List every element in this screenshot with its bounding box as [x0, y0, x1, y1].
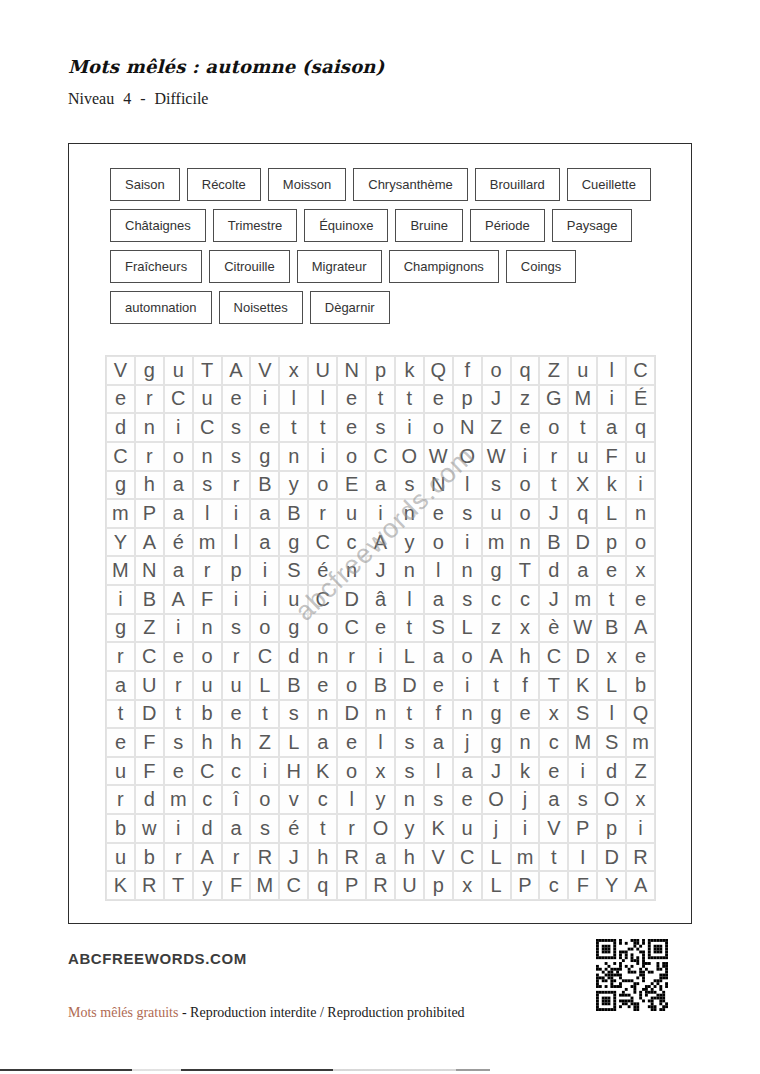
grid-cell: w: [135, 814, 164, 843]
grid-cell: q: [511, 356, 540, 385]
grid-cell: T: [511, 556, 540, 585]
grid-cell: U: [395, 871, 424, 900]
grid-cell: Q: [626, 700, 655, 729]
grid-cell: r: [222, 642, 251, 671]
grid-cell: k: [597, 471, 626, 500]
grid-cell: o: [424, 413, 453, 442]
grid-cell: P: [135, 499, 164, 528]
grid-cell: o: [250, 785, 279, 814]
word-chip: Cueillette: [567, 168, 651, 201]
grid-cell: F: [135, 728, 164, 757]
grid-cell: n: [511, 528, 540, 557]
grid-cell: V: [250, 356, 279, 385]
grid-cell: e: [453, 785, 482, 814]
grid-cell: i: [366, 642, 395, 671]
grid-cell: V: [539, 814, 568, 843]
grid-cell: x: [597, 642, 626, 671]
grid-cell: C: [453, 843, 482, 872]
grid-cell: è: [539, 614, 568, 643]
word-chip: Dègarnir: [310, 291, 390, 324]
grid-cell: F: [135, 757, 164, 786]
grid-cell: o: [337, 671, 366, 700]
grid-cell: e: [626, 585, 655, 614]
grid-cell: b: [626, 671, 655, 700]
grid-cell: n: [511, 728, 540, 757]
word-chip: Brouillard: [475, 168, 560, 201]
grid-cell: f: [511, 671, 540, 700]
grid-cell: B: [279, 671, 308, 700]
grid-cell: u: [279, 585, 308, 614]
word-chip: Période: [470, 209, 545, 242]
grid-cell: r: [164, 671, 193, 700]
grid-cell: L: [250, 671, 279, 700]
grid-cell: o: [539, 413, 568, 442]
grid-cell: y: [395, 528, 424, 557]
grid-cell: B: [366, 671, 395, 700]
grid-cell: i: [164, 413, 193, 442]
grid-cell: e: [511, 413, 540, 442]
grid-cell: o: [308, 471, 337, 500]
grid-cell: e: [424, 385, 453, 414]
grid-cell: g: [135, 356, 164, 385]
grid-cell: l: [395, 585, 424, 614]
grid-cell: C: [308, 585, 337, 614]
grid-cell: y: [366, 785, 395, 814]
grid-cell: W: [482, 442, 511, 471]
word-chip: Migrateur: [297, 250, 382, 283]
grid-cell: D: [568, 642, 597, 671]
grid-cell: I: [568, 843, 597, 872]
site-name: ABCFREEWORDS.COM: [68, 950, 247, 967]
grid-cell: e: [511, 700, 540, 729]
grid-cell: z: [511, 385, 540, 414]
grid-cell: t: [395, 385, 424, 414]
grid-cell: V: [106, 356, 135, 385]
grid-cell: O: [597, 785, 626, 814]
grid-cell: e: [250, 413, 279, 442]
grid-cell: i: [308, 442, 337, 471]
grid-cell: m: [568, 585, 597, 614]
grid-cell: L: [597, 671, 626, 700]
grid-cell: i: [250, 556, 279, 585]
grid-cell: L: [279, 728, 308, 757]
grid-cell: S: [597, 728, 626, 757]
grid-cell: i: [453, 671, 482, 700]
grid-cell: T: [193, 356, 222, 385]
grid-cell: i: [597, 385, 626, 414]
grid-cell: x: [279, 356, 308, 385]
grid-cell: u: [453, 814, 482, 843]
grid-cell: P: [568, 814, 597, 843]
grid-cell: b: [106, 814, 135, 843]
grid-cell: D: [568, 528, 597, 557]
grid-cell: e: [106, 728, 135, 757]
grid-cell: Y: [597, 871, 626, 900]
grid-cell: u: [482, 499, 511, 528]
grid-cell: c: [337, 528, 366, 557]
word-chip: Paysage: [552, 209, 633, 242]
grid-cell: f: [424, 700, 453, 729]
grid-cell: t: [597, 585, 626, 614]
grid-cell: q: [626, 413, 655, 442]
credit-rest: - Reproduction interdite / Reproduction …: [178, 1005, 464, 1020]
grid-cell: Q: [424, 356, 453, 385]
grid-cell: t: [539, 843, 568, 872]
grid-cell: j: [511, 785, 540, 814]
grid-cell: q: [568, 499, 597, 528]
grid-cell: x: [511, 614, 540, 643]
grid-cell: S: [568, 700, 597, 729]
grid-cell: t: [366, 385, 395, 414]
grid-cell: g: [279, 614, 308, 643]
grid-cell: J: [279, 843, 308, 872]
grid-cell: J: [366, 556, 395, 585]
grid-cell: A: [626, 871, 655, 900]
word-chip: Trimestre: [213, 209, 297, 242]
grid-cell: l: [222, 528, 251, 557]
grid-cell: n: [395, 556, 424, 585]
grid-cell: A: [222, 356, 251, 385]
grid-cell: l: [337, 785, 366, 814]
grid-cell: i: [106, 585, 135, 614]
grid-cell: s: [164, 728, 193, 757]
grid-cell: c: [539, 871, 568, 900]
grid-cell: o: [424, 528, 453, 557]
grid-cell: f: [453, 356, 482, 385]
grid-cell: t: [279, 413, 308, 442]
grid-cell: N: [424, 471, 453, 500]
grid-cell: i: [511, 442, 540, 471]
word-chip: Saison: [110, 168, 180, 201]
grid-cell: j: [453, 728, 482, 757]
grid-cell: s: [482, 471, 511, 500]
grid-cell: o: [337, 757, 366, 786]
word-chip: Récolte: [187, 168, 261, 201]
grid-cell: n: [193, 442, 222, 471]
grid-cell: a: [597, 413, 626, 442]
grid-cell: r: [539, 442, 568, 471]
grid-cell: r: [164, 843, 193, 872]
grid-cell: Z: [626, 757, 655, 786]
grid-cell: î: [222, 785, 251, 814]
grid-cell: K: [424, 814, 453, 843]
grid-cell: o: [511, 499, 540, 528]
grid-cell: F: [193, 585, 222, 614]
grid-cell: t: [308, 814, 337, 843]
grid-cell: D: [135, 700, 164, 729]
grid-cell: o: [482, 356, 511, 385]
word-chip: Fraîcheurs: [110, 250, 202, 283]
grid-cell: W: [568, 614, 597, 643]
grid-cell: i: [250, 385, 279, 414]
grid-cell: o: [164, 442, 193, 471]
grid-cell: r: [337, 814, 366, 843]
grid-cell: s: [453, 499, 482, 528]
grid-cell: D: [597, 843, 626, 872]
grid-cell: J: [482, 385, 511, 414]
grid-cell: s: [279, 700, 308, 729]
grid-cell: t: [568, 413, 597, 442]
grid-cell: l: [453, 471, 482, 500]
grid-cell: A: [482, 642, 511, 671]
grid-cell: k: [511, 757, 540, 786]
grid-cell: u: [222, 671, 251, 700]
grid-cell: A: [366, 528, 395, 557]
grid-cell: k: [395, 356, 424, 385]
word-list: SaisonRécolteMoissonChrysanthèmeBrouilla…: [69, 144, 691, 324]
grid-cell: C: [135, 642, 164, 671]
grid-cell: m: [164, 785, 193, 814]
grid-cell: b: [135, 843, 164, 872]
grid-cell: a: [222, 814, 251, 843]
grid-cell: K: [308, 757, 337, 786]
grid-cell: l: [597, 700, 626, 729]
grid-cell: p: [222, 556, 251, 585]
grid-cell: K: [568, 671, 597, 700]
grid-cell: t: [308, 413, 337, 442]
word-list-row: SaisonRécolteMoissonChrysanthèmeBrouilla…: [110, 168, 671, 201]
grid-cell: Z: [539, 356, 568, 385]
grid-cell: u: [626, 442, 655, 471]
grid-cell: e: [424, 671, 453, 700]
grid-cell: a: [424, 728, 453, 757]
qr-code: [596, 938, 668, 1012]
grid-cell: d: [135, 785, 164, 814]
grid-cell: s: [222, 442, 251, 471]
grid-cell: n: [337, 556, 366, 585]
grid-cell: R: [626, 843, 655, 872]
grid-cell: J: [539, 585, 568, 614]
grid-cell: i: [366, 499, 395, 528]
grid-cell: M: [106, 556, 135, 585]
grid-cell: Y: [106, 528, 135, 557]
grid-cell: h: [395, 843, 424, 872]
grid-cell: e: [366, 614, 395, 643]
grid-cell: p: [453, 385, 482, 414]
page-title: Mots mêlés : automne (saison): [68, 56, 384, 77]
grid-cell: L: [597, 499, 626, 528]
page-subtitle: Niveau 4 - Difficile: [68, 90, 208, 108]
grid-cell: D: [337, 700, 366, 729]
grid-cell: s: [366, 413, 395, 442]
grid-cell: e: [539, 757, 568, 786]
grid-cell: l: [308, 385, 337, 414]
grid-cell: e: [222, 700, 251, 729]
grid-cell: C: [539, 642, 568, 671]
grid-cell: i: [164, 814, 193, 843]
grid-cell: h: [193, 728, 222, 757]
grid-cell: m: [482, 528, 511, 557]
grid-cell: P: [511, 871, 540, 900]
grid-cell: L: [482, 871, 511, 900]
grid-cell: t: [539, 471, 568, 500]
grid-cell: D: [395, 671, 424, 700]
grid-cell: c: [539, 728, 568, 757]
page: Mots mêlés : automne (saison) Niveau 4 -…: [0, 0, 760, 1074]
grid-cell: A: [626, 614, 655, 643]
grid-cell: b: [193, 700, 222, 729]
grid-cell: é: [279, 814, 308, 843]
grid-cell: x: [366, 757, 395, 786]
word-chip: Champignons: [389, 250, 499, 283]
grid-cell: r: [308, 499, 337, 528]
grid-cell: A: [135, 528, 164, 557]
grid-cell: s: [568, 785, 597, 814]
grid-cell: D: [337, 585, 366, 614]
grid-cell: C: [308, 528, 337, 557]
grid-cell: s: [395, 728, 424, 757]
grid-cell: O: [366, 814, 395, 843]
grid-cell: d: [539, 556, 568, 585]
grid-cell: B: [135, 585, 164, 614]
word-list-row: ChâtaignesTrimestreÉquinoxeBruinePériode…: [110, 209, 671, 242]
grid-cell: N: [337, 356, 366, 385]
grid-cell: N: [135, 556, 164, 585]
grid-cell: C: [337, 614, 366, 643]
grid-cell: Z: [250, 728, 279, 757]
grid-cell: a: [164, 471, 193, 500]
grid-cell: a: [539, 785, 568, 814]
grid-cell: a: [250, 528, 279, 557]
grid-cell: n: [308, 700, 337, 729]
grid-cell: t: [395, 614, 424, 643]
grid-cell: i: [453, 528, 482, 557]
grid-cell: p: [597, 814, 626, 843]
grid-cell: g: [482, 728, 511, 757]
grid-cell: o: [250, 614, 279, 643]
grid-cell: q: [308, 871, 337, 900]
grid-cell: l: [597, 356, 626, 385]
grid-cell: c: [222, 757, 251, 786]
grid-cell: s: [424, 785, 453, 814]
grid-cell: L: [453, 614, 482, 643]
grid-cell: g: [106, 471, 135, 500]
grid-cell: t: [395, 700, 424, 729]
grid-cell: x: [626, 556, 655, 585]
grid-cell: J: [482, 757, 511, 786]
credit-link: Mots mêlés gratuits: [68, 1005, 178, 1020]
grid-cell: a: [164, 499, 193, 528]
grid-cell: M: [568, 385, 597, 414]
grid-cell: F: [222, 871, 251, 900]
grid-cell: u: [106, 757, 135, 786]
grid-cell: r: [106, 642, 135, 671]
grid-cell: W: [424, 442, 453, 471]
grid-cell: B: [250, 471, 279, 500]
grid-cell: J: [539, 499, 568, 528]
word-chip: Chrysanthème: [353, 168, 468, 201]
grid-cell: d: [597, 757, 626, 786]
grid-cell: h: [135, 471, 164, 500]
grid-cell: e: [106, 385, 135, 414]
grid-cell: A: [164, 585, 193, 614]
grid-cell: C: [193, 757, 222, 786]
grid-cell: r: [106, 785, 135, 814]
grid-cell: n: [453, 700, 482, 729]
grid-cell: i: [626, 814, 655, 843]
grid-cell: n: [453, 556, 482, 585]
word-chip: Citrouille: [209, 250, 290, 283]
grid-cell: a: [366, 843, 395, 872]
grid-cell: G: [539, 385, 568, 414]
grid-cell: e: [222, 385, 251, 414]
grid-cell: i: [222, 499, 251, 528]
grid-cell: o: [626, 528, 655, 557]
grid-cell: n: [366, 700, 395, 729]
grid-cell: d: [279, 642, 308, 671]
grid-cell: n: [135, 413, 164, 442]
grid-cell: i: [568, 757, 597, 786]
grid-cell: r: [135, 442, 164, 471]
grid-cell: B: [279, 499, 308, 528]
grid-cell: i: [250, 585, 279, 614]
grid-cell: F: [568, 871, 597, 900]
grid-cell: t: [250, 700, 279, 729]
word-list-row: automnationNoisettesDègarnir: [110, 291, 671, 324]
grid-cell: C: [193, 413, 222, 442]
grid-cell: z: [482, 614, 511, 643]
grid-cell: u: [193, 385, 222, 414]
grid-cell: c: [511, 585, 540, 614]
grid-cell: u: [568, 356, 597, 385]
grid-cell: â: [366, 585, 395, 614]
grid-cell: L: [482, 843, 511, 872]
grid-cell: a: [424, 585, 453, 614]
word-chip: Noisettes: [219, 291, 303, 324]
grid-cell: y: [279, 471, 308, 500]
grid-cell: u: [106, 843, 135, 872]
grid-cell: s: [222, 614, 251, 643]
grid-cell: L: [395, 642, 424, 671]
grid-cell: r: [193, 556, 222, 585]
grid-cell: u: [568, 442, 597, 471]
grid-cell: S: [279, 556, 308, 585]
grid-cell: e: [164, 757, 193, 786]
grid-cell: H: [279, 757, 308, 786]
grid-cell: K: [106, 871, 135, 900]
grid-cell: O: [395, 442, 424, 471]
grid-cell: A: [193, 843, 222, 872]
grid-cell: s: [453, 585, 482, 614]
grid-cell: i: [222, 585, 251, 614]
grid-cell: r: [337, 642, 366, 671]
grid-cell: o: [193, 642, 222, 671]
grid-cell: n: [626, 499, 655, 528]
grid-cell: n: [395, 785, 424, 814]
grid-cell: v: [279, 785, 308, 814]
grid-cell: a: [308, 728, 337, 757]
grid-cell: m: [106, 499, 135, 528]
grid-cell: p: [366, 356, 395, 385]
grid-cell: V: [424, 843, 453, 872]
grid-cell: o: [511, 471, 540, 500]
grid-cell: j: [482, 814, 511, 843]
grid-cell: u: [337, 499, 366, 528]
grid-cell: R: [366, 871, 395, 900]
grid-cell: p: [597, 528, 626, 557]
grid-cell: m: [626, 728, 655, 757]
grid-cell: h: [222, 728, 251, 757]
grid-cell: N: [453, 413, 482, 442]
grid-cell: m: [193, 528, 222, 557]
grid-cell: é: [164, 528, 193, 557]
grid-cell: e: [337, 385, 366, 414]
grid-cell: o: [453, 642, 482, 671]
grid-cell: a: [453, 757, 482, 786]
grid-cell: x: [539, 700, 568, 729]
grid-cell: g: [106, 614, 135, 643]
grid-cell: a: [164, 556, 193, 585]
